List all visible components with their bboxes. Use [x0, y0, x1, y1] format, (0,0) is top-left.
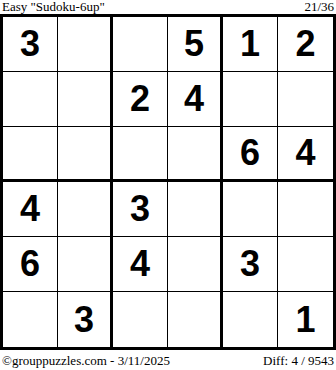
header: Easy "Sudoku-6up" 21/36 [0, 0, 336, 14]
cell-r3c3[interactable] [113, 127, 168, 182]
cell-r5c6[interactable] [278, 237, 333, 292]
cell-r2c1[interactable] [3, 72, 58, 127]
cell-r3c1[interactable] [3, 127, 58, 182]
cell-r5c2[interactable] [58, 237, 113, 292]
cell-r4c5[interactable] [223, 182, 278, 237]
cell-r2c4[interactable]: 4 [168, 72, 223, 127]
cell-r6c5[interactable] [223, 292, 278, 347]
cell-r6c6[interactable]: 1 [278, 292, 333, 347]
cell-r5c4[interactable] [168, 237, 223, 292]
puzzle-title: Easy "Sudoku-6up" [2, 0, 105, 13]
cell-r4c6[interactable] [278, 182, 333, 237]
cell-r6c4[interactable] [168, 292, 223, 347]
cell-r4c3[interactable]: 3 [113, 182, 168, 237]
copyright-text: ©grouppuzzles.com - 3/11/2025 [2, 354, 170, 367]
cell-r1c1[interactable]: 3 [3, 17, 58, 72]
cell-r3c5[interactable]: 6 [223, 127, 278, 182]
cell-r4c4[interactable] [168, 182, 223, 237]
cell-r3c2[interactable] [58, 127, 113, 182]
cell-r4c1[interactable]: 4 [3, 182, 58, 237]
cell-r2c5[interactable] [223, 72, 278, 127]
cell-r1c5[interactable]: 1 [223, 17, 278, 72]
cell-r3c4[interactable] [168, 127, 223, 182]
cell-r6c3[interactable] [113, 292, 168, 347]
cell-r2c2[interactable] [58, 72, 113, 127]
footer: ©grouppuzzles.com - 3/11/2025 Diff: 4 / … [0, 350, 336, 370]
cell-r5c1[interactable]: 6 [3, 237, 58, 292]
puzzle-counter: 21/36 [304, 0, 334, 13]
cell-r1c6[interactable]: 2 [278, 17, 333, 72]
cell-r1c4[interactable]: 5 [168, 17, 223, 72]
cell-r5c5[interactable]: 3 [223, 237, 278, 292]
cell-r1c2[interactable] [58, 17, 113, 72]
cell-r3c6[interactable]: 4 [278, 127, 333, 182]
cell-r1c3[interactable] [113, 17, 168, 72]
cell-r5c3[interactable]: 4 [113, 237, 168, 292]
cell-r4c2[interactable] [58, 182, 113, 237]
cell-r6c1[interactable] [3, 292, 58, 347]
sudoku-board: 351224644364331 [0, 14, 336, 350]
cell-r2c6[interactable] [278, 72, 333, 127]
puzzle-page: Easy "Sudoku-6up" 21/36 351224644364331 … [0, 0, 336, 370]
cell-r6c2[interactable]: 3 [58, 292, 113, 347]
cell-r2c3[interactable]: 2 [113, 72, 168, 127]
difficulty-text: Diff: 4 / 9543 [263, 354, 334, 367]
